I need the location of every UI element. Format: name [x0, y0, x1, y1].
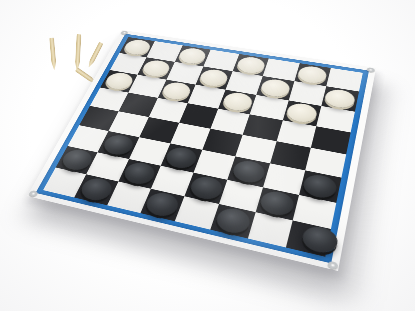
black-checker-h1[interactable] — [300, 224, 340, 256]
product-photo-scene — [0, 0, 415, 311]
grommet-bottom-right — [327, 261, 338, 271]
wooden-peg-2 — [75, 34, 82, 72]
wooden-peg-1 — [49, 37, 57, 70]
grommet-bottom-left — [28, 190, 39, 198]
black-checker-f1[interactable] — [213, 206, 252, 236]
wooden-peg-3 — [86, 41, 103, 68]
